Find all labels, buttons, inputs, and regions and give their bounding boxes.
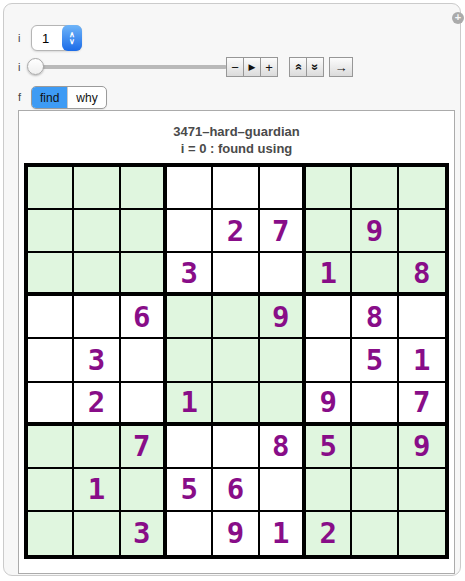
cell-r3c5	[213, 253, 259, 296]
cell-r6c2: 2	[74, 383, 120, 426]
cell-r5c1	[28, 339, 74, 382]
cell-r7c1	[28, 426, 74, 469]
play-button[interactable]: ▶	[243, 57, 261, 77]
cell-r4c2	[74, 296, 120, 339]
cell-r6c7: 9	[306, 383, 352, 426]
puzzle-subtitle: i = 0 : found using	[19, 141, 454, 156]
cell-r1c4	[167, 167, 213, 210]
cell-r3c6	[260, 253, 306, 296]
chevrons-up-icon: »	[291, 64, 305, 71]
step-backward-button[interactable]: −	[226, 57, 244, 77]
cell-r8c7	[306, 469, 352, 512]
cell-r2c2	[74, 210, 120, 253]
i-popup-menu[interactable]: 1 ∧ ∨	[31, 25, 82, 51]
cell-r2c1	[28, 210, 74, 253]
f-toggle-group: find why	[31, 86, 107, 109]
cell-r3c2	[74, 253, 120, 296]
step-forward-button[interactable]: +	[260, 57, 278, 77]
cell-r8c4: 5	[167, 469, 213, 512]
cell-r9c3: 3	[121, 512, 167, 555]
i-slider-thumb[interactable]	[27, 58, 44, 75]
cell-r7c6: 8	[260, 426, 306, 469]
cell-r6c9: 7	[399, 383, 445, 426]
cell-r5c4	[167, 339, 213, 382]
cell-r3c3	[121, 253, 167, 296]
content-pane: 3471–hard–guardian i = 0 : found using 2…	[18, 110, 455, 574]
cell-r5c8: 5	[352, 339, 398, 382]
cell-r3c4: 3	[167, 253, 213, 296]
i-popup-value: 1	[42, 31, 49, 46]
plus-icon: +	[265, 60, 273, 75]
slider-label: i	[18, 61, 20, 73]
cell-r9c2	[74, 512, 120, 555]
right-arrow-icon: →	[335, 60, 348, 75]
cell-r5c6	[260, 339, 306, 382]
cell-r5c2: 3	[74, 339, 120, 382]
cell-r2c7	[306, 210, 352, 253]
plus-circle-icon: +	[455, 12, 461, 23]
cell-r7c4	[167, 426, 213, 469]
cell-r6c5	[213, 383, 259, 426]
cell-r1c1	[28, 167, 74, 210]
cell-r9c7: 2	[306, 512, 352, 555]
cell-r4c9	[399, 296, 445, 339]
cell-r6c4: 1	[167, 383, 213, 426]
cell-r4c4	[167, 296, 213, 339]
cell-r4c3: 6	[121, 296, 167, 339]
cell-r4c5	[213, 296, 259, 339]
minus-icon: −	[231, 60, 239, 75]
toggle-label: f	[18, 91, 21, 103]
puzzle-title: 3471–hard–guardian	[19, 124, 454, 139]
cell-r7c3: 7	[121, 426, 167, 469]
cell-r3c1	[28, 253, 74, 296]
why-toggle-button[interactable]: why	[67, 87, 105, 108]
cell-r7c2	[74, 426, 120, 469]
cell-r2c8: 9	[352, 210, 398, 253]
cell-r1c7	[306, 167, 352, 210]
cell-r5c9: 1	[399, 339, 445, 382]
cell-r1c5	[213, 167, 259, 210]
cell-r7c5	[213, 426, 259, 469]
cell-r9c9	[399, 512, 445, 555]
slower-button[interactable]: »	[306, 57, 324, 77]
cell-r4c8: 8	[352, 296, 398, 339]
cell-r3c8	[352, 253, 398, 296]
play-icon: ▶	[249, 62, 256, 72]
cell-r9c4	[167, 512, 213, 555]
cell-r2c9	[399, 210, 445, 253]
direction-button[interactable]: →	[329, 57, 353, 77]
cell-r1c3	[121, 167, 167, 210]
cell-r1c6	[260, 167, 306, 210]
cell-r3c9: 8	[399, 253, 445, 296]
cell-r5c7	[306, 339, 352, 382]
cell-r7c7: 5	[306, 426, 352, 469]
manipulate-menu-button[interactable]: +	[452, 12, 464, 24]
cell-r9c1	[28, 512, 74, 555]
cell-r6c3	[121, 383, 167, 426]
cell-r4c6: 9	[260, 296, 306, 339]
cell-r8c3	[121, 469, 167, 512]
popup-label: i	[18, 32, 20, 44]
chevrons-down-icon: »	[308, 64, 322, 71]
cell-r9c8	[352, 512, 398, 555]
cell-r2c5: 2	[213, 210, 259, 253]
cell-r4c7	[306, 296, 352, 339]
cell-r1c9	[399, 167, 445, 210]
cell-r3c7: 1	[306, 253, 352, 296]
cell-r5c5	[213, 339, 259, 382]
cell-r7c9: 9	[399, 426, 445, 469]
cell-r8c1	[28, 469, 74, 512]
cell-r6c8	[352, 383, 398, 426]
cell-r7c8	[352, 426, 398, 469]
cell-r8c5: 6	[213, 469, 259, 512]
popup-stepper[interactable]: ∧ ∨	[62, 25, 82, 51]
cell-r8c9	[399, 469, 445, 512]
cell-r8c6	[260, 469, 306, 512]
manipulate-panel: i 1 ∧ ∨ i − ▶ + » » → f find why + 3471–…	[3, 3, 461, 576]
faster-button[interactable]: »	[289, 57, 307, 77]
stepper-down-icon: ∨	[69, 38, 75, 45]
cell-r5c3	[121, 339, 167, 382]
cell-r2c3	[121, 210, 167, 253]
cell-r9c6: 1	[260, 512, 306, 555]
cell-r2c6: 7	[260, 210, 306, 253]
cell-r4c1	[28, 296, 74, 339]
cell-r8c8	[352, 469, 398, 512]
cell-r1c2	[74, 167, 120, 210]
cell-r6c1	[28, 383, 74, 426]
sudoku-board: 279318698351219778591563912	[24, 163, 449, 559]
i-slider-track[interactable]	[31, 65, 227, 69]
find-toggle-button[interactable]: find	[32, 87, 67, 108]
cell-r2c4	[167, 210, 213, 253]
cell-r9c5: 9	[213, 512, 259, 555]
cell-r1c8	[352, 167, 398, 210]
cell-r8c2: 1	[74, 469, 120, 512]
cell-r6c6	[260, 383, 306, 426]
